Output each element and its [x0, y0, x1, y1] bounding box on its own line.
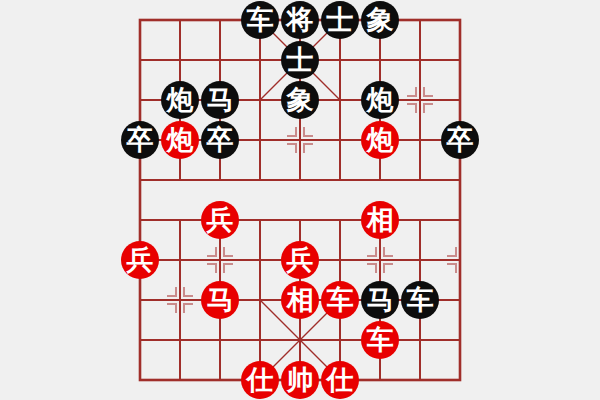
piece-red-cannon[interactable]: 炮: [361, 121, 399, 159]
piece-red-soldier[interactable]: 兵: [281, 241, 319, 279]
piece-black-cannon[interactable]: 炮: [161, 81, 199, 119]
xiangqi-app: 车将士象士炮马象炮卒炮卒炮卒兵相兵兵马相车马车车仕帅仕: [0, 0, 600, 400]
piece-black-chariot[interactable]: 车: [241, 1, 279, 39]
piece-black-general[interactable]: 将: [281, 1, 319, 39]
piece-red-chariot[interactable]: 车: [321, 281, 359, 319]
piece-black-soldier[interactable]: 卒: [441, 121, 479, 159]
piece-red-advisor[interactable]: 仕: [241, 361, 279, 399]
piece-red-soldier[interactable]: 兵: [121, 241, 159, 279]
piece-red-elephant[interactable]: 相: [361, 201, 399, 239]
piece-red-elephant[interactable]: 相: [281, 281, 319, 319]
piece-red-chariot[interactable]: 车: [361, 321, 399, 359]
piece-red-cannon[interactable]: 炮: [161, 121, 199, 159]
piece-black-chariot[interactable]: 车: [401, 281, 439, 319]
piece-red-advisor[interactable]: 仕: [321, 361, 359, 399]
piece-red-horse[interactable]: 马: [201, 281, 239, 319]
piece-red-general[interactable]: 帅: [281, 361, 319, 399]
piece-red-soldier[interactable]: 兵: [201, 201, 239, 239]
piece-black-soldier[interactable]: 卒: [201, 121, 239, 159]
piece-black-elephant[interactable]: 象: [361, 1, 399, 39]
piece-black-advisor[interactable]: 士: [321, 1, 359, 39]
piece-black-advisor[interactable]: 士: [281, 41, 319, 79]
piece-black-elephant[interactable]: 象: [281, 81, 319, 119]
piece-black-horse[interactable]: 马: [361, 281, 399, 319]
piece-black-cannon[interactable]: 炮: [361, 81, 399, 119]
piece-black-horse[interactable]: 马: [201, 81, 239, 119]
piece-black-soldier[interactable]: 卒: [121, 121, 159, 159]
pieces-layer[interactable]: 车将士象士炮马象炮卒炮卒炮卒兵相兵兵马相车马车车仕帅仕: [120, 0, 480, 400]
